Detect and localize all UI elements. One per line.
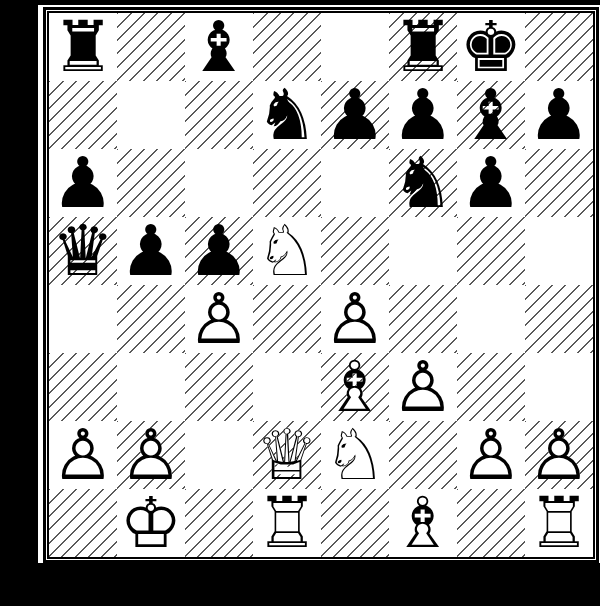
- square-g1[interactable]: [457, 489, 525, 557]
- square-b3[interactable]: [117, 353, 185, 421]
- square-c5[interactable]: ♟: [185, 217, 253, 285]
- square-h4[interactable]: [525, 285, 593, 353]
- square-c7[interactable]: [185, 81, 253, 149]
- piece-white-knight: ♞♘: [321, 421, 389, 489]
- square-d4[interactable]: [253, 285, 321, 353]
- square-b7[interactable]: [117, 81, 185, 149]
- piece-black-rook: ♜: [389, 13, 457, 81]
- square-g4[interactable]: [457, 285, 525, 353]
- piece-black-rook: ♜: [49, 13, 117, 81]
- piece-black-queen: ♛: [49, 217, 117, 285]
- piece-outline-layer: ♙: [321, 285, 389, 353]
- square-f5[interactable]: [389, 217, 457, 285]
- square-c4[interactable]: ♟♙: [185, 285, 253, 353]
- square-a4[interactable]: [49, 285, 117, 353]
- square-c1[interactable]: [185, 489, 253, 557]
- piece-white-queen: ♛♕: [253, 421, 321, 489]
- square-b8[interactable]: [117, 13, 185, 81]
- piece-black-pawn: ♟: [117, 217, 185, 285]
- square-e8[interactable]: [321, 13, 389, 81]
- square-a8[interactable]: ♜: [49, 13, 117, 81]
- square-a1[interactable]: [49, 489, 117, 557]
- square-h5[interactable]: [525, 217, 593, 285]
- diagram-area: ♜♝♜♚♞♟♟♝♟♟♞♟♛♟♟♞♘♟♙♟♙♝♗♟♙♟♙♟♙♛♕♞♘♟♙♟♙♚♔♜…: [38, 5, 600, 563]
- square-c3[interactable]: [185, 353, 253, 421]
- square-d8[interactable]: [253, 13, 321, 81]
- square-b2[interactable]: ♟♙: [117, 421, 185, 489]
- piece-black-knight: ♞: [389, 149, 457, 217]
- square-h2[interactable]: ♟♙: [525, 421, 593, 489]
- piece-outline-layer: ♙: [389, 353, 457, 421]
- piece-white-pawn: ♟♙: [457, 421, 525, 489]
- square-a7[interactable]: [49, 81, 117, 149]
- piece-white-pawn: ♟♙: [117, 421, 185, 489]
- square-a2[interactable]: ♟♙: [49, 421, 117, 489]
- square-g2[interactable]: ♟♙: [457, 421, 525, 489]
- square-g5[interactable]: [457, 217, 525, 285]
- piece-white-bishop: ♝♗: [321, 353, 389, 421]
- square-f4[interactable]: [389, 285, 457, 353]
- piece-outline-layer: ♙: [117, 421, 185, 489]
- piece-white-pawn: ♟♙: [321, 285, 389, 353]
- square-g3[interactable]: [457, 353, 525, 421]
- square-e1[interactable]: [321, 489, 389, 557]
- piece-black-knight: ♞: [253, 81, 321, 149]
- piece-black-bishop: ♝: [185, 13, 253, 81]
- square-d3[interactable]: [253, 353, 321, 421]
- piece-outline-layer: ♙: [525, 421, 593, 489]
- piece-white-rook: ♜♖: [525, 489, 593, 557]
- square-f6[interactable]: ♞: [389, 149, 457, 217]
- piece-black-bishop: ♝: [457, 81, 525, 149]
- square-a5[interactable]: ♛: [49, 217, 117, 285]
- square-a6[interactable]: ♟: [49, 149, 117, 217]
- piece-black-pawn: ♟: [185, 217, 253, 285]
- square-c8[interactable]: ♝: [185, 13, 253, 81]
- square-f1[interactable]: ♝♗: [389, 489, 457, 557]
- square-f8[interactable]: ♜: [389, 13, 457, 81]
- square-d5[interactable]: ♞♘: [253, 217, 321, 285]
- piece-black-pawn: ♟: [49, 149, 117, 217]
- piece-outline-layer: ♙: [457, 421, 525, 489]
- piece-white-rook: ♜♖: [253, 489, 321, 557]
- piece-white-pawn: ♟♙: [525, 421, 593, 489]
- piece-white-pawn: ♟♙: [389, 353, 457, 421]
- piece-outline-layer: ♘: [253, 217, 321, 285]
- piece-outline-layer: ♗: [321, 353, 389, 421]
- square-g6[interactable]: ♟: [457, 149, 525, 217]
- square-h7[interactable]: ♟: [525, 81, 593, 149]
- piece-outline-layer: ♘: [321, 421, 389, 489]
- piece-white-knight: ♞♘: [253, 217, 321, 285]
- square-e2[interactable]: ♞♘: [321, 421, 389, 489]
- board-frame: ♜♝♜♚♞♟♟♝♟♟♞♟♛♟♟♞♘♟♙♟♙♝♗♟♙♟♙♟♙♛♕♞♘♟♙♟♙♚♔♜…: [43, 7, 599, 563]
- square-g8[interactable]: ♚: [457, 13, 525, 81]
- piece-black-pawn: ♟: [389, 81, 457, 149]
- square-e6[interactable]: [321, 149, 389, 217]
- square-c6[interactable]: [185, 149, 253, 217]
- piece-outline-layer: ♔: [117, 489, 185, 557]
- square-d6[interactable]: [253, 149, 321, 217]
- square-h6[interactable]: [525, 149, 593, 217]
- square-d2[interactable]: ♛♕: [253, 421, 321, 489]
- square-b4[interactable]: [117, 285, 185, 353]
- square-h3[interactable]: [525, 353, 593, 421]
- square-h8[interactable]: [525, 13, 593, 81]
- square-e3[interactable]: ♝♗: [321, 353, 389, 421]
- piece-black-king: ♚: [457, 13, 525, 81]
- square-f2[interactable]: [389, 421, 457, 489]
- page-background: { "game": "chess", "position": { "fen": …: [0, 0, 600, 606]
- piece-black-pawn: ♟: [525, 81, 593, 149]
- piece-outline-layer: ♖: [253, 489, 321, 557]
- chess-board: ♜♝♜♚♞♟♟♝♟♟♞♟♛♟♟♞♘♟♙♟♙♝♗♟♙♟♙♟♙♛♕♞♘♟♙♟♙♚♔♜…: [47, 11, 595, 559]
- piece-black-pawn: ♟: [457, 149, 525, 217]
- square-h1[interactable]: ♜♖: [525, 489, 593, 557]
- piece-white-pawn: ♟♙: [185, 285, 253, 353]
- square-e7[interactable]: ♟: [321, 81, 389, 149]
- piece-outline-layer: ♗: [389, 489, 457, 557]
- square-c2[interactable]: [185, 421, 253, 489]
- piece-white-king: ♚♔: [117, 489, 185, 557]
- square-g7[interactable]: ♝: [457, 81, 525, 149]
- piece-outline-layer: ♙: [185, 285, 253, 353]
- square-a3[interactable]: [49, 353, 117, 421]
- square-e5[interactable]: [321, 217, 389, 285]
- piece-outline-layer: ♕: [253, 421, 321, 489]
- piece-white-bishop: ♝♗: [389, 489, 457, 557]
- square-f3[interactable]: ♟♙: [389, 353, 457, 421]
- piece-outline-layer: ♙: [49, 421, 117, 489]
- square-b5[interactable]: ♟: [117, 217, 185, 285]
- square-b6[interactable]: [117, 149, 185, 217]
- square-f7[interactable]: ♟: [389, 81, 457, 149]
- square-d1[interactable]: ♜♖: [253, 489, 321, 557]
- square-d7[interactable]: ♞: [253, 81, 321, 149]
- piece-white-pawn: ♟♙: [49, 421, 117, 489]
- piece-black-pawn: ♟: [321, 81, 389, 149]
- piece-outline-layer: ♖: [525, 489, 593, 557]
- square-b1[interactable]: ♚♔: [117, 489, 185, 557]
- square-e4[interactable]: ♟♙: [321, 285, 389, 353]
